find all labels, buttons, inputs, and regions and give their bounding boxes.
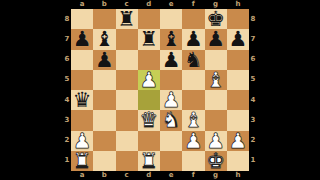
square-e3[interactable]: ♞ — [160, 110, 182, 130]
square-a1[interactable]: ♜ — [71, 151, 93, 171]
square-g1[interactable]: ♚ — [205, 151, 227, 171]
white-pawn-e4[interactable]: ♟ — [162, 90, 181, 110]
square-d2[interactable] — [138, 131, 160, 151]
square-f8[interactable] — [182, 9, 204, 29]
rank-label-3-right: 3 — [249, 110, 257, 130]
square-b3[interactable] — [93, 110, 115, 130]
file-label-g-bottom: g — [205, 171, 227, 180]
square-a7[interactable]: ♟ — [71, 29, 93, 49]
rank-label-5-right: 5 — [249, 70, 257, 90]
square-e6[interactable]: ♟ — [160, 50, 182, 70]
square-h6[interactable] — [227, 50, 249, 70]
square-e1[interactable] — [160, 151, 182, 171]
square-b7[interactable]: ♝ — [93, 29, 115, 49]
file-label-f-top: f — [182, 0, 204, 9]
square-d4[interactable] — [138, 90, 160, 110]
square-d1[interactable]: ♜ — [138, 151, 160, 171]
file-label-a-top: a — [71, 0, 93, 9]
rank-labels-right: 87654321 — [249, 9, 257, 171]
square-b5[interactable] — [93, 70, 115, 90]
square-b6[interactable]: ♟ — [93, 50, 115, 70]
file-label-e-bottom: e — [160, 171, 182, 180]
black-pawn-b6[interactable]: ♟ — [95, 50, 114, 70]
chessboard: abcdefgh 87654321 ♜♚♟♝♜♝♟♟♟♟♟♞♟♝♛♟♛♞♝♟♟♟… — [63, 0, 257, 180]
file-label-d-bottom: d — [138, 171, 160, 180]
square-c5[interactable] — [116, 70, 138, 90]
square-f1[interactable] — [182, 151, 204, 171]
square-c8[interactable]: ♜ — [116, 9, 138, 29]
square-g5[interactable]: ♝ — [205, 70, 227, 90]
rank-label-1-left: 1 — [63, 151, 71, 171]
rank-label-4-left: 4 — [63, 90, 71, 110]
square-b8[interactable] — [93, 9, 115, 29]
white-pawn-g2[interactable]: ♟ — [206, 131, 225, 151]
black-pawn-g7[interactable]: ♟ — [206, 29, 225, 49]
square-b4[interactable] — [93, 90, 115, 110]
square-h3[interactable] — [227, 110, 249, 130]
square-c1[interactable] — [116, 151, 138, 171]
square-e8[interactable] — [160, 9, 182, 29]
square-f2[interactable]: ♟ — [182, 131, 204, 151]
rank-labels-left: 87654321 — [63, 9, 71, 171]
square-f4[interactable] — [182, 90, 204, 110]
square-a8[interactable] — [71, 9, 93, 29]
rank-label-5-left: 5 — [63, 70, 71, 90]
square-g2[interactable]: ♟ — [205, 131, 227, 151]
square-f3[interactable]: ♝ — [182, 110, 204, 130]
file-label-c-bottom: c — [116, 171, 138, 180]
rank-label-6-left: 6 — [63, 50, 71, 70]
file-label-h-bottom: h — [227, 171, 249, 180]
white-rook-a1[interactable]: ♜ — [73, 151, 92, 171]
black-queen-a4[interactable]: ♛ — [73, 90, 92, 110]
square-h7[interactable]: ♟ — [227, 29, 249, 49]
square-d5[interactable]: ♟ — [138, 70, 160, 90]
file-labels-bottom: abcdefgh — [71, 171, 249, 180]
black-pawn-h7[interactable]: ♟ — [228, 29, 247, 49]
white-bishop-f3[interactable]: ♝ — [184, 110, 203, 130]
square-c3[interactable] — [116, 110, 138, 130]
rank-label-2-left: 2 — [63, 131, 71, 151]
square-a2[interactable]: ♟ — [71, 131, 93, 151]
square-g3[interactable] — [205, 110, 227, 130]
file-label-e-top: e — [160, 0, 182, 9]
square-b2[interactable] — [93, 131, 115, 151]
square-b1[interactable] — [93, 151, 115, 171]
file-label-b-top: b — [93, 0, 115, 9]
square-c2[interactable] — [116, 131, 138, 151]
white-pawn-d5[interactable]: ♟ — [139, 70, 158, 90]
white-rook-d1[interactable]: ♜ — [139, 151, 158, 171]
rank-label-1-right: 1 — [249, 151, 257, 171]
white-bishop-g5[interactable]: ♝ — [206, 70, 225, 90]
white-pawn-f2[interactable]: ♟ — [184, 131, 203, 151]
square-a3[interactable] — [71, 110, 93, 130]
rank-label-2-right: 2 — [249, 131, 257, 151]
square-d7[interactable]: ♜ — [138, 29, 160, 49]
square-f6[interactable]: ♞ — [182, 50, 204, 70]
square-e5[interactable] — [160, 70, 182, 90]
rank-label-8-right: 8 — [249, 9, 257, 29]
square-h8[interactable] — [227, 9, 249, 29]
white-pawn-h2[interactable]: ♟ — [228, 131, 247, 151]
file-label-a-bottom: a — [71, 171, 93, 180]
black-pawn-e6[interactable]: ♟ — [162, 50, 181, 70]
white-queen-d3[interactable]: ♛ — [139, 110, 158, 130]
white-pawn-a2[interactable]: ♟ — [73, 131, 92, 151]
rank-label-4-right: 4 — [249, 90, 257, 110]
rank-label-6-right: 6 — [249, 50, 257, 70]
square-d8[interactable] — [138, 9, 160, 29]
rank-label-8-left: 8 — [63, 9, 71, 29]
rank-label-7-left: 7 — [63, 29, 71, 49]
square-a6[interactable] — [71, 50, 93, 70]
square-a4[interactable]: ♛ — [71, 90, 93, 110]
board-squares: ♜♚♟♝♜♝♟♟♟♟♟♞♟♝♛♟♛♞♝♟♟♟♟♜♜♚ — [71, 9, 249, 171]
square-f5[interactable] — [182, 70, 204, 90]
square-e7[interactable]: ♝ — [160, 29, 182, 49]
square-d3[interactable]: ♛ — [138, 110, 160, 130]
square-h5[interactable] — [227, 70, 249, 90]
square-c6[interactable] — [116, 50, 138, 70]
square-c4[interactable] — [116, 90, 138, 110]
file-label-f-bottom: f — [182, 171, 204, 180]
square-g7[interactable]: ♟ — [205, 29, 227, 49]
square-f7[interactable]: ♟ — [182, 29, 204, 49]
file-label-d-top: d — [138, 0, 160, 9]
file-label-h-top: h — [227, 0, 249, 9]
square-g4[interactable] — [205, 90, 227, 110]
black-rook-d7[interactable]: ♜ — [139, 29, 158, 49]
square-e2[interactable] — [160, 131, 182, 151]
black-king-g8[interactable]: ♚ — [206, 9, 225, 29]
rank-label-7-right: 7 — [249, 29, 257, 49]
black-pawn-a7[interactable]: ♟ — [73, 29, 92, 49]
black-rook-c8[interactable]: ♜ — [117, 9, 136, 29]
white-king-g1[interactable]: ♚ — [206, 151, 225, 171]
rank-label-3-left: 3 — [63, 110, 71, 130]
square-e4[interactable]: ♟ — [160, 90, 182, 110]
square-g8[interactable]: ♚ — [205, 9, 227, 29]
square-a5[interactable] — [71, 70, 93, 90]
square-g6[interactable] — [205, 50, 227, 70]
square-h4[interactable] — [227, 90, 249, 110]
white-knight-e3[interactable]: ♞ — [162, 110, 181, 130]
black-bishop-b7[interactable]: ♝ — [95, 29, 114, 49]
square-c7[interactable] — [116, 29, 138, 49]
file-label-b-bottom: b — [93, 171, 115, 180]
black-bishop-e7[interactable]: ♝ — [162, 29, 181, 49]
square-h1[interactable] — [227, 151, 249, 171]
black-knight-f6[interactable]: ♞ — [184, 50, 203, 70]
square-h2[interactable]: ♟ — [227, 131, 249, 151]
black-pawn-f7[interactable]: ♟ — [184, 29, 203, 49]
square-d6[interactable] — [138, 50, 160, 70]
